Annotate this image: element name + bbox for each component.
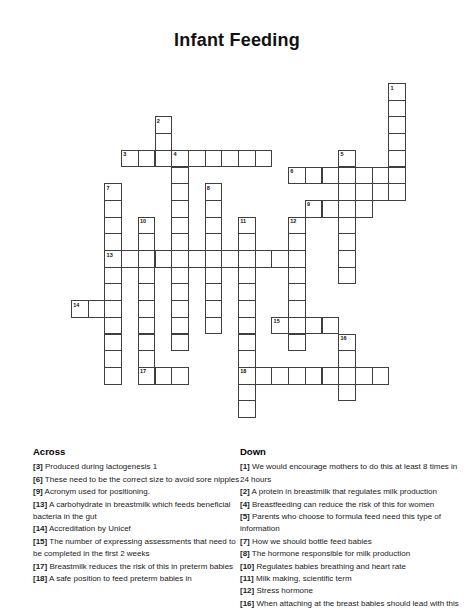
- clue-number: 2: [157, 118, 160, 124]
- grid-cell[interactable]: [355, 200, 373, 218]
- clue-number: 14: [73, 302, 79, 308]
- grid-cell[interactable]: [205, 300, 223, 318]
- grid-cell[interactable]: [372, 167, 390, 185]
- across-clues-section: Across [3] Produced during lactogenesis …: [33, 446, 245, 585]
- grid-cell[interactable]: [271, 367, 289, 385]
- grid-cell[interactable]: [171, 300, 189, 318]
- grid-cell[interactable]: 1: [388, 83, 406, 101]
- crossword-grid: 123456789101112131415161718: [71, 83, 408, 420]
- grid-cell[interactable]: 3: [121, 150, 139, 168]
- grid-cell[interactable]: [238, 300, 256, 318]
- grid-cell[interactable]: [104, 350, 122, 368]
- grid-cell[interactable]: [238, 150, 256, 168]
- grid-cell[interactable]: [205, 217, 223, 235]
- clue: [3] Produced during lactogenesis 1: [33, 461, 245, 473]
- grid-cell[interactable]: [338, 367, 356, 385]
- grid-cell[interactable]: [171, 183, 189, 201]
- grid-cell[interactable]: [138, 350, 156, 368]
- grid-cell[interactable]: [205, 317, 223, 335]
- grid-cell[interactable]: [288, 317, 306, 335]
- clue: [16] When attaching at the breast babies…: [240, 598, 468, 610]
- grid-cell[interactable]: [338, 200, 356, 218]
- grid-cell[interactable]: [138, 334, 156, 352]
- grid-cell[interactable]: [171, 217, 189, 235]
- clue-number: 15: [274, 318, 280, 324]
- grid-cell[interactable]: 5: [338, 150, 356, 168]
- clue-number: 11: [240, 218, 246, 224]
- clue: [17] Breastmilk reduces the risk of this…: [33, 561, 245, 573]
- grid-cell[interactable]: [138, 150, 156, 168]
- clue: [7] How we should bottle feed babies: [240, 536, 468, 548]
- grid-cell[interactable]: [205, 150, 223, 168]
- grid-cell[interactable]: [205, 267, 223, 285]
- grid-cell[interactable]: [205, 233, 223, 251]
- down-heading: Down: [240, 446, 468, 458]
- grid-cell[interactable]: [238, 317, 256, 335]
- clue: [9] Acronym used for positioning.: [33, 486, 245, 498]
- grid-cell[interactable]: [388, 116, 406, 134]
- grid-cell[interactable]: [138, 267, 156, 285]
- grid-cell[interactable]: 8: [205, 183, 223, 201]
- clue: [15] The number of expressing assessment…: [33, 536, 245, 561]
- grid-cell[interactable]: [288, 250, 306, 268]
- grid-cell[interactable]: [104, 334, 122, 352]
- clue-number: 13: [107, 252, 113, 258]
- grid-cell[interactable]: [355, 183, 373, 201]
- grid-cell[interactable]: [171, 200, 189, 218]
- grid-cell[interactable]: 2: [155, 116, 173, 134]
- grid-cell[interactable]: [138, 317, 156, 335]
- grid-cell[interactable]: [305, 167, 323, 185]
- grid-cell[interactable]: 7: [104, 183, 122, 201]
- down-clue-list: [1] We would encourage mothers to do thi…: [240, 461, 468, 610]
- grid-cell[interactable]: [322, 167, 340, 185]
- grid-cell[interactable]: [104, 367, 122, 385]
- grid-cell[interactable]: [188, 150, 206, 168]
- grid-cell[interactable]: [388, 133, 406, 151]
- grid-cell[interactable]: [388, 100, 406, 118]
- grid-cell[interactable]: 9: [305, 200, 323, 218]
- grid-cell[interactable]: [104, 217, 122, 235]
- grid-cell[interactable]: [138, 233, 156, 251]
- grid-cell[interactable]: [238, 384, 256, 402]
- grid-cell[interactable]: 12: [288, 217, 306, 235]
- grid-cell[interactable]: [104, 267, 122, 285]
- page-title: Infant Feeding: [0, 30, 474, 51]
- grid-cell[interactable]: [288, 367, 306, 385]
- grid-cell[interactable]: [138, 300, 156, 318]
- grid-cell[interactable]: [238, 250, 256, 268]
- grid-cell[interactable]: 17: [138, 367, 156, 385]
- clue-number: 17: [140, 368, 146, 374]
- grid-cell[interactable]: [121, 250, 139, 268]
- grid-cell[interactable]: [322, 317, 340, 335]
- grid-cell[interactable]: [338, 267, 356, 285]
- grid-cell[interactable]: [238, 334, 256, 352]
- crossword-page: { "game": "crossword", "title": "Infant …: [0, 0, 474, 613]
- grid-cell[interactable]: [138, 283, 156, 301]
- grid-cell[interactable]: [104, 317, 122, 335]
- clue: [4] Breastfeeding can reduce the risk of…: [240, 499, 468, 511]
- grid-cell[interactable]: [388, 183, 406, 201]
- grid-cell[interactable]: [171, 367, 189, 385]
- grid-cell[interactable]: [338, 167, 356, 185]
- grid-cell[interactable]: [238, 400, 256, 418]
- clue-number: 10: [140, 218, 146, 224]
- clue-number: 4: [173, 151, 176, 157]
- grid-cell[interactable]: [288, 334, 306, 352]
- clue-number: 1: [390, 85, 393, 91]
- grid-cell[interactable]: [338, 350, 356, 368]
- grid-cell[interactable]: 11: [238, 217, 256, 235]
- clue: [1] We would encourage mothers to do thi…: [240, 461, 468, 486]
- grid-cell[interactable]: [305, 367, 323, 385]
- clue: [5] Parents who choose to formula feed n…: [240, 511, 468, 536]
- grid-cell[interactable]: [255, 250, 273, 268]
- clue-number: 5: [340, 151, 343, 157]
- across-clue-list: [3] Produced during lactogenesis 1[6] Th…: [33, 461, 245, 585]
- grid-cell[interactable]: [155, 150, 173, 168]
- grid-cell[interactable]: [221, 150, 239, 168]
- grid-cell[interactable]: [155, 367, 173, 385]
- grid-cell[interactable]: 14: [71, 300, 89, 318]
- grid-cell[interactable]: [372, 183, 390, 201]
- grid-cell[interactable]: [355, 167, 373, 185]
- grid-cell[interactable]: 15: [271, 317, 289, 335]
- across-heading: Across: [33, 446, 245, 458]
- grid-cell[interactable]: [288, 233, 306, 251]
- grid-cell[interactable]: [171, 250, 189, 268]
- grid-cell[interactable]: [338, 384, 356, 402]
- grid-cell[interactable]: [322, 367, 340, 385]
- clue: [8] The hormone responsible for milk pro…: [240, 548, 468, 560]
- grid-cell[interactable]: [171, 233, 189, 251]
- grid-cell[interactable]: [238, 350, 256, 368]
- clue: [10] Regulates babies breathing and hear…: [240, 561, 468, 573]
- clue: [18] A safe position to feed preterm bab…: [33, 573, 245, 585]
- grid-cell[interactable]: [238, 283, 256, 301]
- grid-cell[interactable]: [104, 233, 122, 251]
- grid-cell[interactable]: 4: [171, 150, 189, 168]
- grid-cell[interactable]: [338, 183, 356, 201]
- grid-cell[interactable]: [338, 217, 356, 235]
- grid-cell[interactable]: [338, 250, 356, 268]
- grid-cell[interactable]: [205, 283, 223, 301]
- clue-number: 16: [340, 335, 346, 341]
- grid-cell[interactable]: [288, 283, 306, 301]
- grid-cell[interactable]: [288, 300, 306, 318]
- grid-cell[interactable]: [221, 250, 239, 268]
- grid-cell[interactable]: 10: [138, 217, 156, 235]
- clue: [2] A protein in breastmilk that regulat…: [240, 486, 468, 498]
- clue-number: 18: [240, 368, 246, 374]
- grid-cell[interactable]: [205, 250, 223, 268]
- clue: [11] Milk making, scientific term: [240, 573, 468, 585]
- clue-number: 7: [107, 185, 110, 191]
- grid-cell[interactable]: [288, 267, 306, 285]
- grid-cell[interactable]: [188, 250, 206, 268]
- clue-number: 12: [290, 218, 296, 224]
- grid-cell[interactable]: [138, 250, 156, 268]
- grid-cell[interactable]: [171, 167, 189, 185]
- grid-cell[interactable]: [88, 300, 106, 318]
- clue: [14] Accreditation by Unicef: [33, 523, 245, 535]
- grid-cell[interactable]: 16: [338, 334, 356, 352]
- grid-cell[interactable]: [104, 283, 122, 301]
- grid-cell[interactable]: [171, 334, 189, 352]
- grid-cell[interactable]: [238, 267, 256, 285]
- grid-cell[interactable]: [388, 167, 406, 185]
- clue-number: 9: [307, 201, 310, 207]
- grid-cell[interactable]: [305, 317, 323, 335]
- grid-cell[interactable]: [238, 233, 256, 251]
- grid-cell[interactable]: [155, 250, 173, 268]
- grid-cell[interactable]: 18: [238, 367, 256, 385]
- grid-cell[interactable]: [155, 133, 173, 151]
- clue-number: 8: [207, 185, 210, 191]
- grid-cell[interactable]: [171, 267, 189, 285]
- grid-cell[interactable]: 13: [104, 250, 122, 268]
- grid-cell[interactable]: [171, 317, 189, 335]
- grid-cell[interactable]: [271, 250, 289, 268]
- grid-cell[interactable]: [372, 367, 390, 385]
- clue: [12] Stress hormone: [240, 585, 468, 597]
- grid-cell[interactable]: [388, 150, 406, 168]
- clue-number: 6: [290, 168, 293, 174]
- grid-cell[interactable]: [355, 367, 373, 385]
- down-clues-section: Down [1] We would encourage mothers to d…: [240, 446, 468, 610]
- clue-number: 3: [123, 151, 126, 157]
- grid-cell[interactable]: [255, 150, 273, 168]
- grid-cell[interactable]: [255, 367, 273, 385]
- grid-cell[interactable]: [104, 200, 122, 218]
- grid-cell[interactable]: [338, 233, 356, 251]
- clue: [6] These need to be the correct size to…: [33, 474, 245, 486]
- grid-cell[interactable]: [104, 300, 122, 318]
- grid-cell[interactable]: [322, 200, 340, 218]
- clue: [13] A carbohydrate in breastmilk which …: [33, 499, 245, 524]
- grid-cell[interactable]: [171, 283, 189, 301]
- grid-cell[interactable]: 6: [288, 167, 306, 185]
- grid-cell[interactable]: [205, 200, 223, 218]
